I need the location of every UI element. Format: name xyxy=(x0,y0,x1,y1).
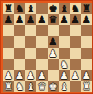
square-g4[interactable] xyxy=(70,48,81,59)
square-a5[interactable] xyxy=(3,36,14,47)
square-e4[interactable]: ♟ xyxy=(48,48,59,59)
square-b5[interactable] xyxy=(14,36,25,47)
black-rook-piece: ♜ xyxy=(82,3,91,14)
square-c2[interactable]: ♟ xyxy=(25,70,36,81)
black-pawn-piece: ♟ xyxy=(82,14,91,25)
white-queen-piece: ♛ xyxy=(37,81,46,92)
black-pawn-piece: ♟ xyxy=(4,14,13,25)
square-h8[interactable]: ♜ xyxy=(81,3,92,14)
square-b2[interactable]: ♟ xyxy=(14,70,25,81)
square-d4[interactable] xyxy=(36,48,47,59)
black-pawn-piece: ♟ xyxy=(26,14,35,25)
square-d1[interactable]: ♛ xyxy=(36,81,47,92)
square-c7[interactable]: ♟ xyxy=(25,14,36,25)
square-h1[interactable]: ♜ xyxy=(81,81,92,92)
square-g1[interactable] xyxy=(70,81,81,92)
square-b6[interactable] xyxy=(14,25,25,36)
square-g6[interactable] xyxy=(70,25,81,36)
square-c3[interactable] xyxy=(25,59,36,70)
white-bishop-piece: ♝ xyxy=(60,81,69,92)
square-h7[interactable]: ♟ xyxy=(81,14,92,25)
square-h6[interactable] xyxy=(81,25,92,36)
chess-board: ♜♞♝♚♝♞♜♟♟♟♟♛♟♟♟♟♟♞♟♟♟♟♟♟♟♜♞♝♛♚♝♜ xyxy=(3,3,92,92)
square-g7[interactable]: ♟ xyxy=(70,14,81,25)
square-b3[interactable] xyxy=(14,59,25,70)
square-d2[interactable]: ♟ xyxy=(36,70,47,81)
white-pawn-piece: ♟ xyxy=(37,70,46,81)
square-h4[interactable] xyxy=(81,48,92,59)
black-rook-piece: ♜ xyxy=(4,3,13,14)
square-a3[interactable] xyxy=(3,59,14,70)
square-a8[interactable]: ♜ xyxy=(3,3,14,14)
square-c4[interactable] xyxy=(25,48,36,59)
black-bishop-piece: ♝ xyxy=(26,3,35,14)
square-d8[interactable] xyxy=(36,3,47,14)
square-b7[interactable]: ♟ xyxy=(14,14,25,25)
white-pawn-piece: ♟ xyxy=(15,70,24,81)
white-pawn-piece: ♟ xyxy=(4,70,13,81)
square-f6[interactable] xyxy=(59,25,70,36)
white-bishop-piece: ♝ xyxy=(26,81,35,92)
black-queen-piece: ♛ xyxy=(49,14,58,25)
square-e1[interactable]: ♚ xyxy=(48,81,59,92)
square-f3[interactable]: ♞ xyxy=(59,59,70,70)
square-a1[interactable]: ♜ xyxy=(3,81,14,92)
square-g2[interactable]: ♟ xyxy=(70,70,81,81)
square-h2[interactable]: ♟ xyxy=(81,70,92,81)
square-f7[interactable]: ♟ xyxy=(59,14,70,25)
white-knight-piece: ♞ xyxy=(15,81,24,92)
square-d5[interactable] xyxy=(36,36,47,47)
square-a7[interactable]: ♟ xyxy=(3,14,14,25)
square-a2[interactable]: ♟ xyxy=(3,70,14,81)
square-f4[interactable] xyxy=(59,48,70,59)
white-pawn-piece: ♟ xyxy=(49,48,58,59)
square-c5[interactable] xyxy=(25,36,36,47)
square-b4[interactable] xyxy=(14,48,25,59)
square-e6[interactable] xyxy=(48,25,59,36)
square-g5[interactable] xyxy=(70,36,81,47)
square-d6[interactable] xyxy=(36,25,47,36)
square-f5[interactable] xyxy=(59,36,70,47)
square-c1[interactable]: ♝ xyxy=(25,81,36,92)
square-d3[interactable] xyxy=(36,59,47,70)
white-pawn-piece: ♟ xyxy=(60,70,69,81)
white-king-piece: ♚ xyxy=(49,81,58,92)
square-h5[interactable] xyxy=(81,36,92,47)
white-knight-piece: ♞ xyxy=(60,59,69,70)
white-pawn-piece: ♟ xyxy=(82,70,91,81)
square-a6[interactable] xyxy=(3,25,14,36)
black-pawn-piece: ♟ xyxy=(71,14,80,25)
black-pawn-piece: ♟ xyxy=(60,14,69,25)
square-e7[interactable]: ♛ xyxy=(48,14,59,25)
black-bishop-piece: ♝ xyxy=(60,3,69,14)
square-c8[interactable]: ♝ xyxy=(25,3,36,14)
square-g3[interactable] xyxy=(70,59,81,70)
square-g8[interactable]: ♞ xyxy=(70,3,81,14)
black-knight-piece: ♞ xyxy=(15,3,24,14)
square-a4[interactable] xyxy=(3,48,14,59)
black-pawn-piece: ♟ xyxy=(49,36,58,47)
square-c6[interactable] xyxy=(25,25,36,36)
white-rook-piece: ♜ xyxy=(4,81,13,92)
white-pawn-piece: ♟ xyxy=(26,70,35,81)
square-f8[interactable]: ♝ xyxy=(59,3,70,14)
black-pawn-piece: ♟ xyxy=(37,14,46,25)
white-rook-piece: ♜ xyxy=(82,81,91,92)
square-e8[interactable]: ♚ xyxy=(48,3,59,14)
square-e3[interactable] xyxy=(48,59,59,70)
square-h3[interactable] xyxy=(81,59,92,70)
square-e2[interactable] xyxy=(48,70,59,81)
square-b1[interactable]: ♞ xyxy=(14,81,25,92)
black-king-piece: ♚ xyxy=(49,3,58,14)
square-f1[interactable]: ♝ xyxy=(59,81,70,92)
square-e5[interactable]: ♟ xyxy=(48,36,59,47)
square-b8[interactable]: ♞ xyxy=(14,3,25,14)
square-f2[interactable]: ♟ xyxy=(59,70,70,81)
white-pawn-piece: ♟ xyxy=(71,70,80,81)
board-frame: ♜♞♝♚♝♞♜♟♟♟♟♛♟♟♟♟♟♞♟♟♟♟♟♟♟♜♞♝♛♚♝♜ xyxy=(0,0,93,94)
black-pawn-piece: ♟ xyxy=(15,14,24,25)
black-knight-piece: ♞ xyxy=(71,3,80,14)
square-d7[interactable]: ♟ xyxy=(36,14,47,25)
